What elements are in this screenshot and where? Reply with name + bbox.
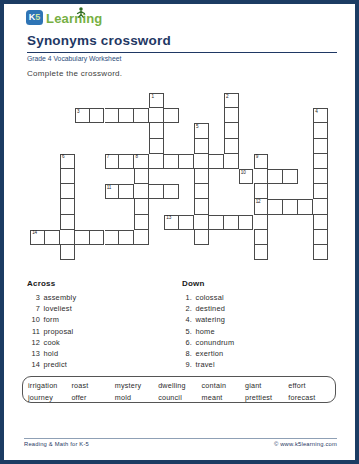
clue-item: 3assembly	[27, 292, 76, 303]
clue-item-text: travel	[196, 359, 215, 370]
clue-number: 1	[151, 95, 153, 100]
clue-item: 4.watering	[182, 314, 234, 325]
clue-number: 2	[226, 95, 228, 100]
clue-item-number: 13	[27, 348, 40, 359]
clue-item-text: cook	[44, 337, 60, 348]
clue-number: 14	[32, 231, 37, 236]
grid-cell-r9c0[interactable]: 14	[30, 230, 45, 245]
clue-item-number: 7	[27, 303, 40, 314]
grid-cell-r6c7[interactable]	[134, 184, 149, 199]
grid-cell-r4c13[interactable]	[224, 154, 239, 169]
grid-cell-r6c19[interactable]	[313, 184, 328, 199]
clue-item: 1.colossal	[182, 292, 234, 303]
clue-item-text: hold	[44, 348, 59, 359]
clue-number: 6	[62, 155, 64, 160]
footer-left-text: Reading & Math for K-5	[24, 441, 89, 447]
word-bank-word: contain	[202, 380, 245, 392]
down-clues: Down 1.colossal2.destined4.watering5.hom…	[182, 279, 234, 370]
word-bank-word: council	[158, 392, 201, 404]
word-bank-word: forecast	[288, 392, 331, 404]
clue-number: 11	[107, 186, 111, 191]
grid-cell-r9c3[interactable]	[75, 230, 90, 245]
clue-item-text: destined	[196, 303, 226, 314]
grid-cell-r1c9[interactable]	[164, 108, 179, 123]
clue-item-number: 4.	[182, 314, 192, 325]
clue-item-text: predict	[44, 359, 68, 370]
grid-cell-r7c7[interactable]	[134, 199, 149, 214]
clue-item-number: 2.	[182, 303, 192, 314]
grid-cell-r4c19[interactable]	[313, 154, 328, 169]
grid-cell-r9c2[interactable]	[60, 230, 75, 245]
clue-item-number: 12	[27, 337, 40, 348]
clue-number: 3	[77, 110, 79, 115]
footer-right-text: © www.k5learning.com	[274, 441, 337, 447]
clue-item-text: loveliest	[44, 303, 73, 314]
grid-cell-r3c19[interactable]	[313, 139, 328, 154]
grid-cell-r8c9[interactable]: 13	[164, 215, 179, 230]
grid-cell-r6c15[interactable]	[254, 184, 269, 199]
clue-number: 10	[241, 171, 246, 176]
clue-number: 4	[315, 110, 317, 115]
clue-item: 6.conundrum	[182, 337, 234, 348]
clue-number: 9	[256, 155, 258, 160]
clue-item-number: 9.	[182, 359, 192, 370]
grid-cell-r1c13[interactable]	[224, 108, 239, 123]
clue-item-number: 3	[27, 292, 40, 303]
word-bank-word: giant	[245, 380, 288, 392]
k5-logo-badge: K5	[26, 10, 43, 25]
word-bank-word: mystery	[115, 380, 158, 392]
word-bank-word: dwelling	[158, 380, 201, 392]
clue-item-number: 6.	[182, 337, 192, 348]
grid-cell-r9c5[interactable]	[105, 230, 120, 245]
clue-item-text: assembly	[44, 292, 77, 303]
grid-cell-r4c7[interactable]: 8	[134, 154, 149, 169]
clue-item: 14predict	[27, 359, 76, 370]
across-clues: Across 3assembly7loveliest10form11propos…	[27, 279, 76, 370]
grid-cell-r6c8[interactable]	[149, 184, 164, 199]
grid-cell-r7c19[interactable]	[313, 199, 328, 214]
clue-number: 7	[107, 155, 109, 160]
word-bank-word: journey	[28, 392, 71, 404]
clue-item-text: proposal	[44, 326, 74, 337]
clue-item-text: form	[44, 314, 60, 325]
grid-cell-r1c7[interactable]	[134, 108, 149, 123]
grid-cell-r6c11[interactable]	[194, 184, 209, 199]
clue-item-number: 5.	[182, 326, 192, 337]
clue-item: 5.home	[182, 326, 234, 337]
worksheet-subtitle: Grade 4 Vocabulary Worksheet	[27, 55, 121, 62]
down-list: 1.colossal2.destined4.watering5.home6.co…	[182, 292, 234, 370]
grid-cell-r7c15[interactable]: 12	[254, 199, 269, 214]
clue-item: 12cook	[27, 337, 76, 348]
grid-cell-r2c19[interactable]	[313, 123, 328, 138]
grid-cell-r2c11[interactable]: 5	[194, 123, 209, 138]
grid-cell-r4c15[interactable]: 9	[254, 154, 269, 169]
grid-cell-r1c4[interactable]	[90, 108, 105, 123]
logo-person-icon	[76, 4, 86, 22]
grid-cell-r7c17[interactable]	[283, 199, 298, 214]
grid-cell-r5c15[interactable]	[254, 169, 269, 184]
grid-cell-r2c8[interactable]	[149, 123, 164, 138]
grid-cell-r8c15[interactable]	[254, 215, 269, 230]
clue-item: 11proposal	[27, 326, 76, 337]
clue-item-number: 14	[27, 359, 40, 370]
clue-item-number: 11	[27, 326, 40, 337]
clue-item-number: 10	[27, 314, 40, 325]
grid-cell-r6c5[interactable]: 11	[105, 184, 120, 199]
word-bank-word: prettiest	[245, 392, 288, 404]
word-bank-word: roast	[71, 380, 114, 392]
grid-cell-r5c17[interactable]	[283, 169, 298, 184]
down-header: Down	[182, 279, 234, 288]
grid-cell-r4c6[interactable]	[119, 154, 134, 169]
clue-item-text: conundrum	[196, 337, 235, 348]
grid-cell-r4c12[interactable]	[209, 154, 224, 169]
grid-cell-r7c16[interactable]	[268, 199, 283, 214]
grid-cell-r4c5[interactable]: 7	[105, 154, 120, 169]
grid-cell-r8c13[interactable]	[224, 215, 239, 230]
grid-cell-r4c10[interactable]	[179, 154, 194, 169]
clue-item: 7loveliest	[27, 303, 76, 314]
instruction-text: Complete the crossword.	[27, 69, 122, 78]
grid-cell-r7c11[interactable]	[194, 199, 209, 214]
page-footer: Reading & Math for K-5 © www.k5learning.…	[24, 441, 337, 447]
clue-number: 8	[135, 155, 137, 160]
grid-cell-r0c8[interactable]: 1	[149, 93, 164, 108]
grid-cell-r8c11[interactable]	[194, 215, 209, 230]
grid-cell-r2c13[interactable]	[224, 123, 239, 138]
clue-item: 2.destined	[182, 303, 234, 314]
grid-cell-r5c2[interactable]	[60, 169, 75, 184]
grid-cell-r1c5[interactable]	[105, 108, 120, 123]
grid-cell-r10c19[interactable]	[313, 245, 328, 260]
grid-cell-r6c9[interactable]	[164, 184, 179, 199]
page-title: Synonyms crossword	[27, 33, 337, 53]
grid-cell-r5c19[interactable]	[313, 169, 328, 184]
grid-cell-r9c15[interactable]	[254, 230, 269, 245]
grid-cell-r8c2[interactable]	[60, 215, 75, 230]
word-bank-word: effort	[288, 380, 331, 392]
clue-item: 10form	[27, 314, 76, 325]
logo-wordmark: Learning	[46, 11, 103, 26]
grid-cell-r9c7[interactable]	[134, 230, 149, 245]
word-bank-word: meant	[202, 392, 245, 404]
grid-cell-r4c2[interactable]: 6	[60, 154, 75, 169]
grid-cell-r4c11[interactable]	[194, 154, 209, 169]
clue-item-text: home	[196, 326, 215, 337]
grid-cell-r9c6[interactable]	[119, 230, 134, 245]
across-list: 3assembly7loveliest10form11proposal12coo…	[27, 292, 76, 370]
clue-item-number: 8.	[182, 348, 192, 359]
clue-number: 13	[166, 216, 171, 221]
grid-cell-r1c6[interactable]	[119, 108, 134, 123]
grid-cell-r5c7[interactable]	[134, 169, 149, 184]
grid-cell-r3c13[interactable]	[224, 139, 239, 154]
grid-cell-r8c12[interactable]	[209, 215, 224, 230]
grid-cell-r10c2[interactable]	[60, 245, 75, 260]
grid-cell-r8c10[interactable]	[179, 215, 194, 230]
clue-item: 9.travel	[182, 359, 234, 370]
logo-5-digit: 5	[35, 12, 40, 22]
clue-item: 13hold	[27, 348, 76, 359]
grid-cell-r5c16[interactable]	[268, 169, 283, 184]
grid-cell-r0c13[interactable]: 2	[224, 93, 239, 108]
clue-number: 12	[256, 200, 261, 205]
grid-cell-r4c8[interactable]	[149, 154, 164, 169]
grid-cell-r9c1[interactable]	[45, 230, 60, 245]
grid-cell-r4c9[interactable]	[164, 154, 179, 169]
clue-item: 8.exertion	[182, 348, 234, 359]
word-bank-word: irrigation	[28, 380, 71, 392]
footer-divider	[24, 438, 337, 439]
grid-cell-r9c19[interactable]	[313, 230, 328, 245]
grid-cell-r9c4[interactable]	[90, 230, 105, 245]
grid-cell-r1c19[interactable]: 4	[313, 108, 328, 123]
grid-cell-r3c11[interactable]	[194, 139, 209, 154]
across-header: Across	[27, 279, 76, 288]
grid-cell-r8c19[interactable]	[313, 215, 328, 230]
grid-cell-r3c8[interactable]	[149, 139, 164, 154]
grid-cell-r5c11[interactable]	[194, 169, 209, 184]
crossword-grid: 1234567891011121314	[30, 93, 328, 261]
clue-item-text: watering	[196, 314, 226, 325]
grid-cell-r6c6[interactable]	[119, 184, 134, 199]
grid-cell-r8c14[interactable]	[239, 215, 254, 230]
worksheet-page: K5 Learning Synonyms crossword Grade 4 V…	[0, 0, 359, 464]
grid-cell-r7c2[interactable]	[60, 199, 75, 214]
grid-cell-r6c2[interactable]	[60, 184, 75, 199]
word-bank-word: offer	[71, 392, 114, 404]
clue-item-text: colossal	[196, 292, 224, 303]
clue-item-text: exertion	[196, 348, 224, 359]
grid-cell-r5c14[interactable]: 10	[239, 169, 254, 184]
clue-number: 5	[196, 125, 198, 130]
word-bank-word: mold	[115, 392, 158, 404]
grid-cell-r1c8[interactable]	[149, 108, 164, 123]
word-bank: irrigationroastmysterydwellingcontaingia…	[22, 376, 336, 403]
grid-cell-r7c18[interactable]	[298, 199, 313, 214]
grid-cell-r8c7[interactable]	[134, 215, 149, 230]
grid-cell-r10c15[interactable]	[254, 245, 269, 260]
clue-item-number: 1.	[182, 292, 192, 303]
grid-cell-r9c11[interactable]	[194, 230, 209, 245]
grid-cell-r1c3[interactable]: 3	[75, 108, 90, 123]
